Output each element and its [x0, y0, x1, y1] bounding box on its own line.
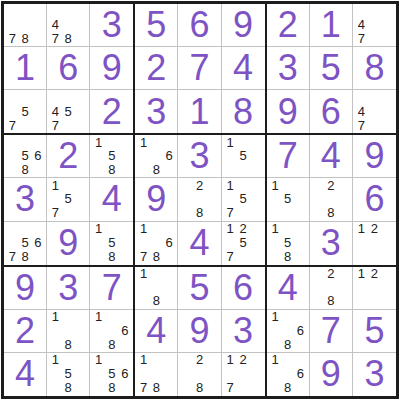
- candidate-digit-6: [294, 236, 307, 250]
- cell-r9c6[interactable]: 127: [222, 353, 265, 396]
- candidate-digit-9: [75, 31, 88, 45]
- cell-r6c4[interactable]: 1678: [135, 222, 178, 265]
- candidate-digit-7: [6, 163, 19, 177]
- cell-value: 3: [178, 135, 220, 177]
- candidate-digit-2: [150, 267, 163, 281]
- candidate-digit-9: [294, 206, 307, 220]
- cell-value: 3: [90, 4, 133, 46]
- cell-r7c9[interactable]: 12: [353, 267, 396, 310]
- candidate-digit-8: 8: [281, 381, 294, 395]
- cell-value: 7: [310, 310, 352, 352]
- candidate-digit-4: [269, 192, 282, 206]
- candidate-digit-6: [75, 104, 88, 118]
- cell-value: 4: [222, 47, 265, 89]
- cell-value: 9: [178, 310, 220, 352]
- candidate-digit-5: 5: [237, 149, 250, 163]
- cell-value: 9: [90, 47, 133, 89]
- candidate-digit-4: [137, 236, 150, 250]
- candidate-digit-5: [150, 149, 163, 163]
- cell-value: 6: [178, 4, 220, 46]
- candidate-digit-1: 1: [92, 222, 105, 236]
- candidate-digit-5: [150, 280, 163, 294]
- cell-r6c7[interactable]: 158: [267, 222, 310, 265]
- candidate-digit-3: [163, 222, 176, 236]
- cell-value: 2: [267, 4, 309, 46]
- cell-r7c7[interactable]: 4: [267, 267, 310, 310]
- candidate-digit-4: [269, 236, 282, 250]
- candidate-digit-3: [381, 90, 394, 104]
- candidate-digit-2: [19, 90, 32, 104]
- candidate-grid: 168: [269, 353, 307, 395]
- cell-value: 3: [222, 310, 265, 352]
- candidate-grid: 28: [312, 267, 350, 308]
- cell-r5c3[interactable]: 4: [90, 178, 133, 221]
- candidate-digit-8: 8: [150, 381, 163, 395]
- cell-r1c9[interactable]: 47: [353, 4, 396, 47]
- candidate-digit-9: [31, 163, 44, 177]
- candidate-digit-1: [312, 267, 325, 281]
- candidate-digit-4: [92, 323, 105, 337]
- candidate-digit-2: 2: [193, 353, 206, 367]
- candidate-digit-1: 1: [137, 267, 150, 281]
- candidate-digit-4: [49, 323, 62, 337]
- candidate-digit-8: 8: [19, 31, 32, 45]
- candidate-digit-8: [281, 206, 294, 220]
- cell-r6c5[interactable]: 4: [178, 222, 221, 265]
- cell-r4c9[interactable]: 9: [353, 135, 396, 178]
- candidate-grid: 47: [355, 4, 394, 45]
- candidate-digit-3: [206, 353, 219, 367]
- candidate-digit-1: [312, 178, 325, 192]
- candidate-digit-4: [137, 280, 150, 294]
- candidate-digit-6: [75, 367, 88, 381]
- cell-r9c3[interactable]: 1568: [90, 353, 133, 396]
- cell-r8c9[interactable]: 5: [353, 310, 396, 353]
- candidate-digit-6: 6: [163, 236, 176, 250]
- candidate-digit-1: [49, 90, 62, 104]
- box-3: 21473589647: [266, 3, 397, 134]
- cell-value: 7: [90, 267, 133, 309]
- box-9: 428121687516893: [266, 266, 397, 397]
- cell-r2c7[interactable]: 3: [267, 47, 310, 90]
- candidate-digit-6: [31, 104, 44, 118]
- candidate-digit-1: 1: [49, 310, 62, 324]
- candidate-grid: 12: [355, 267, 394, 308]
- candidate-grid: 127: [224, 353, 263, 395]
- cell-value: 2: [47, 135, 89, 177]
- candidate-digit-2: [368, 4, 381, 18]
- candidate-digit-1: [355, 90, 368, 104]
- candidate-digit-7: [137, 294, 150, 308]
- cell-r5c8[interactable]: 28: [310, 178, 353, 221]
- candidate-digit-1: 1: [269, 353, 282, 367]
- candidate-digit-5: [19, 18, 32, 32]
- cell-r1c1[interactable]: 78: [4, 4, 47, 47]
- candidate-digit-5: 5: [19, 149, 32, 163]
- candidate-digit-7: 7: [137, 381, 150, 395]
- cell-r6c6[interactable]: 1257: [222, 222, 265, 265]
- cell-r3c2[interactable]: 457: [47, 90, 90, 133]
- cell-r9c7[interactable]: 168: [267, 353, 310, 396]
- cell-r9c9[interactable]: 3: [353, 353, 396, 396]
- candidate-digit-3: [250, 178, 263, 192]
- candidate-digit-6: [31, 18, 44, 32]
- cell-r5c1[interactable]: 3: [4, 178, 47, 221]
- cell-r5c9[interactable]: 6: [353, 178, 396, 221]
- cell-value: 5: [178, 267, 220, 309]
- candidate-digit-7: 7: [6, 31, 19, 45]
- cell-value: 5: [135, 4, 177, 46]
- cell-r3c5[interactable]: 1: [178, 90, 221, 133]
- cell-value: 1: [310, 4, 352, 46]
- candidate-digit-9: [31, 31, 44, 45]
- cell-r5c7[interactable]: 15: [267, 178, 310, 221]
- candidate-digit-2: [19, 135, 32, 149]
- candidate-digit-9: [31, 250, 44, 264]
- candidate-digit-1: 1: [269, 310, 282, 324]
- cell-r6c9[interactable]: 12: [353, 222, 396, 265]
- cell-value: 7: [178, 47, 220, 89]
- candidate-digit-2: [62, 353, 75, 367]
- candidate-digit-7: 7: [137, 250, 150, 264]
- candidate-digit-6: [250, 192, 263, 206]
- cell-r8c3[interactable]: 168: [90, 310, 133, 353]
- cell-r7c8[interactable]: 28: [310, 267, 353, 310]
- candidate-grid: 168: [92, 310, 131, 351]
- cell-r8c5[interactable]: 9: [178, 310, 221, 353]
- candidate-digit-1: [6, 4, 19, 18]
- cell-r6c2[interactable]: 9: [47, 222, 90, 265]
- candidate-digit-4: [224, 367, 237, 381]
- candidate-digit-5: 5: [237, 236, 250, 250]
- candidate-digit-8: [368, 31, 381, 45]
- candidate-digit-7: [49, 337, 62, 351]
- candidate-digit-3: [250, 353, 263, 367]
- cell-r2c8[interactable]: 5: [310, 47, 353, 90]
- candidate-digit-6: [163, 367, 176, 381]
- cell-value: 3: [47, 267, 89, 309]
- candidate-digit-8: 8: [105, 163, 118, 177]
- candidate-digit-5: [281, 323, 294, 337]
- cell-r3c7[interactable]: 9: [267, 90, 310, 133]
- candidate-digit-1: 1: [224, 222, 237, 236]
- candidate-digit-9: [294, 250, 307, 264]
- cell-r7c5[interactable]: 5: [178, 267, 221, 310]
- cell-value: 4: [267, 267, 309, 309]
- candidate-digit-1: [6, 90, 19, 104]
- cell-r2c4[interactable]: 2: [135, 47, 178, 90]
- candidate-digit-9: [75, 206, 88, 220]
- box-5: 168315928157167841257: [134, 134, 265, 265]
- candidate-digit-9: [75, 337, 88, 351]
- candidate-digit-2: [105, 310, 118, 324]
- cell-r1c6[interactable]: 9: [222, 4, 265, 47]
- candidate-digit-9: [75, 118, 88, 132]
- cell-value: 6: [310, 90, 352, 133]
- candidate-digit-1: 1: [49, 178, 62, 192]
- candidate-digit-8: [19, 118, 32, 132]
- cell-r3c4[interactable]: 3: [135, 90, 178, 133]
- candidate-digit-9: [118, 163, 131, 177]
- candidate-digit-4: [355, 280, 368, 294]
- cell-r1c5[interactable]: 6: [178, 4, 221, 47]
- cell-r8c2[interactable]: 18: [47, 310, 90, 353]
- candidate-digit-8: [237, 250, 250, 264]
- cell-r4c5[interactable]: 3: [178, 135, 221, 178]
- cell-r9c4[interactable]: 178: [135, 353, 178, 396]
- candidate-digit-2: [281, 353, 294, 367]
- candidate-digit-2: [62, 178, 75, 192]
- candidate-digit-7: [180, 381, 193, 395]
- candidate-grid: 28: [180, 353, 218, 395]
- candidate-digit-9: [118, 337, 131, 351]
- candidate-digit-8: [368, 118, 381, 132]
- candidate-grid: 178: [137, 353, 175, 395]
- candidate-digit-6: [381, 236, 394, 250]
- cell-value: 8: [353, 47, 396, 89]
- candidate-digit-9: [250, 381, 263, 395]
- candidate-grid: 28: [180, 178, 218, 219]
- candidate-digit-4: [224, 236, 237, 250]
- cell-r8c6[interactable]: 3: [222, 310, 265, 353]
- candidate-digit-3: [163, 135, 176, 149]
- candidate-digit-6: [206, 367, 219, 381]
- candidate-grid: 18: [137, 267, 175, 308]
- cell-value: 4: [178, 222, 220, 265]
- candidate-digit-7: 7: [49, 206, 62, 220]
- candidate-digit-6: [250, 149, 263, 163]
- candidate-grid: 157: [224, 178, 263, 219]
- cell-r2c3[interactable]: 9: [90, 47, 133, 90]
- candidate-digit-1: 1: [269, 178, 282, 192]
- candidate-digit-4: [49, 367, 62, 381]
- cell-r4c2[interactable]: 2: [47, 135, 90, 178]
- candidate-digit-7: 7: [224, 381, 237, 395]
- cell-r2c2[interactable]: 6: [47, 47, 90, 90]
- candidate-digit-6: [250, 236, 263, 250]
- cell-value: 6: [222, 267, 265, 309]
- cell-r8c4[interactable]: 4: [135, 310, 178, 353]
- candidate-grid: 158: [49, 353, 87, 395]
- candidate-digit-5: [281, 367, 294, 381]
- candidate-digit-8: 8: [105, 381, 118, 395]
- candidate-digit-1: 1: [137, 353, 150, 367]
- cell-r1c8[interactable]: 1: [310, 4, 353, 47]
- cell-r4c4[interactable]: 168: [135, 135, 178, 178]
- candidate-grid: 457: [49, 90, 87, 132]
- candidate-digit-3: [118, 353, 131, 367]
- cell-value: 1: [4, 47, 46, 89]
- candidate-digit-8: [368, 250, 381, 264]
- candidate-digit-9: [163, 294, 176, 308]
- cell-r5c5[interactable]: 28: [178, 178, 221, 221]
- candidate-digit-1: 1: [355, 267, 368, 281]
- candidate-digit-9: [163, 250, 176, 264]
- candidate-digit-1: 1: [355, 222, 368, 236]
- cell-r1c2[interactable]: 478: [47, 4, 90, 47]
- candidate-digit-8: [62, 118, 75, 132]
- candidate-digit-3: [294, 178, 307, 192]
- candidate-digit-7: [92, 163, 105, 177]
- cell-r8c1[interactable]: 2: [4, 310, 47, 353]
- cell-r6c3[interactable]: 158: [90, 222, 133, 265]
- cell-r3c6[interactable]: 8: [222, 90, 265, 133]
- candidate-digit-2: [62, 4, 75, 18]
- candidate-digit-3: [381, 222, 394, 236]
- candidate-digit-6: [118, 236, 131, 250]
- cell-r8c7[interactable]: 168: [267, 310, 310, 353]
- candidate-digit-2: [281, 310, 294, 324]
- cell-r1c4[interactable]: 5: [135, 4, 178, 47]
- candidate-digit-9: [206, 381, 219, 395]
- candidate-digit-7: [312, 294, 325, 308]
- candidate-digit-5: 5: [105, 149, 118, 163]
- cell-r9c2[interactable]: 158: [47, 353, 90, 396]
- candidate-digit-3: [31, 135, 44, 149]
- candidate-digit-5: 5: [237, 192, 250, 206]
- candidate-digit-8: [237, 381, 250, 395]
- candidate-grid: 168: [137, 135, 175, 176]
- cell-value: 7: [267, 135, 309, 177]
- cell-r6c8[interactable]: 3: [310, 222, 353, 265]
- cell-value: 9: [353, 135, 396, 177]
- candidate-grid: 158: [92, 222, 131, 264]
- cell-r2c1[interactable]: 1: [4, 47, 47, 90]
- cell-r9c5[interactable]: 28: [178, 353, 221, 396]
- candidate-digit-4: [92, 236, 105, 250]
- cell-r9c8[interactable]: 9: [310, 353, 353, 396]
- candidate-digit-3: [31, 90, 44, 104]
- candidate-digit-7: [312, 206, 325, 220]
- cell-r9c1[interactable]: 4: [4, 353, 47, 396]
- candidate-digit-4: [92, 367, 105, 381]
- candidate-digit-6: 6: [163, 149, 176, 163]
- candidate-digit-5: [368, 104, 381, 118]
- candidate-digit-7: 7: [6, 250, 19, 264]
- candidate-digit-2: 2: [193, 178, 206, 192]
- candidate-digit-9: [337, 294, 350, 308]
- candidate-digit-4: [92, 149, 105, 163]
- candidate-digit-4: 4: [355, 18, 368, 32]
- candidate-digit-1: 1: [92, 353, 105, 367]
- candidate-digit-3: [163, 267, 176, 281]
- cell-value: 3: [353, 353, 396, 396]
- cell-r1c7[interactable]: 2: [267, 4, 310, 47]
- candidate-digit-5: 5: [62, 367, 75, 381]
- candidate-digit-8: 8: [150, 250, 163, 264]
- candidate-grid: 28: [312, 178, 350, 219]
- cell-value: 9: [135, 178, 177, 220]
- cell-r3c1[interactable]: 57: [4, 90, 47, 133]
- candidate-digit-6: 6: [294, 367, 307, 381]
- candidate-digit-8: 8: [150, 294, 163, 308]
- cell-r3c8[interactable]: 6: [310, 90, 353, 133]
- candidate-digit-5: 5: [281, 192, 294, 206]
- candidate-digit-4: [269, 323, 282, 337]
- candidate-digit-3: [75, 353, 88, 367]
- cell-r7c2[interactable]: 3: [47, 267, 90, 310]
- candidate-digit-2: [237, 135, 250, 149]
- cell-value: 3: [4, 178, 46, 220]
- cell-r5c6[interactable]: 157: [222, 178, 265, 221]
- candidate-digit-4: [6, 18, 19, 32]
- candidate-digit-8: [368, 294, 381, 308]
- candidate-digit-6: 6: [31, 149, 44, 163]
- cell-r8c8[interactable]: 7: [310, 310, 353, 353]
- candidate-digit-4: 4: [49, 104, 62, 118]
- candidate-digit-9: [163, 163, 176, 177]
- cell-value: 3: [267, 47, 309, 89]
- candidate-digit-3: [294, 353, 307, 367]
- candidate-digit-8: [62, 206, 75, 220]
- cell-r5c2[interactable]: 157: [47, 178, 90, 221]
- candidate-grid: 1568: [92, 353, 131, 395]
- cell-r2c9[interactable]: 8: [353, 47, 396, 90]
- candidate-digit-9: [250, 206, 263, 220]
- candidate-digit-6: [381, 280, 394, 294]
- candidate-digit-8: 8: [150, 163, 163, 177]
- candidate-digit-5: [193, 192, 206, 206]
- candidate-digit-3: [75, 4, 88, 18]
- box-4: 56821583157456789158: [3, 134, 134, 265]
- cell-r3c3[interactable]: 2: [90, 90, 133, 133]
- candidate-digit-1: [180, 353, 193, 367]
- cell-r2c5[interactable]: 7: [178, 47, 221, 90]
- candidate-grid: 1678: [137, 222, 175, 264]
- candidate-grid: 158: [92, 135, 131, 176]
- candidate-digit-8: 8: [193, 381, 206, 395]
- cell-r4c7[interactable]: 7: [267, 135, 310, 178]
- candidate-digit-7: 7: [355, 118, 368, 132]
- candidate-digit-7: [269, 206, 282, 220]
- candidate-digit-4: [224, 149, 237, 163]
- candidate-grid: 158: [269, 222, 307, 264]
- candidate-digit-4: [49, 192, 62, 206]
- candidate-digit-2: [105, 135, 118, 149]
- cell-value: 3: [135, 90, 177, 133]
- cell-r3c9[interactable]: 47: [353, 90, 396, 133]
- candidate-digit-6: [75, 192, 88, 206]
- candidate-digit-8: 8: [62, 337, 75, 351]
- cell-r4c3[interactable]: 158: [90, 135, 133, 178]
- candidate-digit-8: 8: [324, 206, 337, 220]
- candidate-digit-8: 8: [105, 337, 118, 351]
- cell-r4c6[interactable]: 15: [222, 135, 265, 178]
- cell-r6c1[interactable]: 5678: [4, 222, 47, 265]
- cell-r4c8[interactable]: 4: [310, 135, 353, 178]
- cell-r7c1[interactable]: 9: [4, 267, 47, 310]
- candidate-digit-7: [92, 381, 105, 395]
- cell-r5c4[interactable]: 9: [135, 178, 178, 221]
- candidate-digit-9: [337, 206, 350, 220]
- candidate-digit-3: [381, 267, 394, 281]
- cell-r1c3[interactable]: 3: [90, 4, 133, 47]
- box-2: 569274318: [134, 3, 265, 134]
- cell-r2c6[interactable]: 4: [222, 47, 265, 90]
- candidate-digit-9: [294, 381, 307, 395]
- cell-r7c4[interactable]: 18: [135, 267, 178, 310]
- candidate-digit-7: [355, 250, 368, 264]
- cell-value: 4: [310, 135, 352, 177]
- cell-r4c1[interactable]: 568: [4, 135, 47, 178]
- cell-r7c6[interactable]: 6: [222, 267, 265, 310]
- candidate-digit-2: [281, 178, 294, 192]
- candidate-digit-1: 1: [269, 222, 282, 236]
- candidate-digit-7: [92, 250, 105, 264]
- cell-value: 5: [310, 47, 352, 89]
- candidate-digit-7: 7: [224, 206, 237, 220]
- cell-r7c3[interactable]: 7: [90, 267, 133, 310]
